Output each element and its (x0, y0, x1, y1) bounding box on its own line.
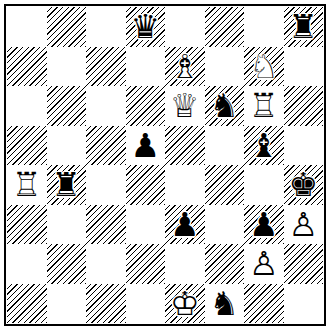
knight-glyph: ♞ (205, 284, 245, 324)
piece-white-rook[interactable]: ♜♖ (7, 165, 47, 205)
square-e8[interactable] (165, 7, 205, 47)
square-h6[interactable] (284, 86, 324, 126)
piece-white-queen[interactable]: ♛♕ (165, 86, 205, 126)
square-f4[interactable] (205, 165, 245, 205)
square-f5[interactable] (205, 126, 245, 166)
square-h8[interactable]: ♜ (284, 7, 324, 47)
piece-black-knight[interactable]: ♞ (205, 284, 245, 324)
square-d3[interactable] (126, 205, 166, 245)
square-f6[interactable]: ♞ (205, 86, 245, 126)
piece-white-knight[interactable]: ♞♘ (244, 47, 284, 87)
square-a4[interactable]: ♜♖ (7, 165, 47, 205)
pawn-glyph: ♟ (244, 205, 284, 245)
square-h4[interactable]: ♚ (284, 165, 324, 205)
pawn-outline-glyph: ♙ (284, 205, 324, 245)
rook-glyph: ♜ (47, 165, 87, 205)
square-b2[interactable] (47, 244, 87, 284)
square-b3[interactable] (47, 205, 87, 245)
square-g6[interactable]: ♜♖ (244, 86, 284, 126)
square-a2[interactable] (7, 244, 47, 284)
square-d5[interactable]: ♟ (126, 126, 166, 166)
square-g3[interactable]: ♟ (244, 205, 284, 245)
piece-black-king[interactable]: ♚ (284, 165, 324, 205)
piece-black-queen[interactable]: ♛ (126, 7, 166, 47)
piece-white-rook[interactable]: ♜♖ (244, 86, 284, 126)
square-e1[interactable]: ♚♔ (165, 284, 205, 324)
square-f2[interactable] (205, 244, 245, 284)
square-b5[interactable] (47, 126, 87, 166)
piece-white-pawn[interactable]: ♟♙ (284, 205, 324, 245)
square-c7[interactable] (86, 47, 126, 87)
square-g4[interactable] (244, 165, 284, 205)
square-d7[interactable] (126, 47, 166, 87)
queen-glyph: ♛ (126, 7, 166, 47)
knight-outline-glyph: ♘ (244, 47, 284, 87)
square-c4[interactable] (86, 165, 126, 205)
square-f3[interactable] (205, 205, 245, 245)
square-h2[interactable] (284, 244, 324, 284)
square-b6[interactable] (47, 86, 87, 126)
square-b1[interactable] (47, 284, 87, 324)
square-a6[interactable] (7, 86, 47, 126)
square-e7[interactable]: ♝♗ (165, 47, 205, 87)
queen-outline-glyph: ♕ (165, 86, 205, 126)
square-b8[interactable] (47, 7, 87, 47)
square-g7[interactable]: ♞♘ (244, 47, 284, 87)
rook-outline-glyph: ♖ (244, 86, 284, 126)
chess-diagram: ♛♜♝♗♞♘♛♕♞♜♖♟♝♜♖♜♚♟♟♟♙♟♙♚♔♞ (0, 0, 332, 332)
square-c8[interactable] (86, 7, 126, 47)
pawn-glyph: ♟ (165, 205, 205, 245)
square-g8[interactable] (244, 7, 284, 47)
board-frame: ♛♜♝♗♞♘♛♕♞♜♖♟♝♜♖♜♚♟♟♟♙♟♙♚♔♞ (4, 4, 326, 326)
square-c2[interactable] (86, 244, 126, 284)
square-a8[interactable] (7, 7, 47, 47)
king-outline-glyph: ♔ (165, 284, 205, 324)
square-h7[interactable] (284, 47, 324, 87)
square-h1[interactable] (284, 284, 324, 324)
square-h5[interactable] (284, 126, 324, 166)
rook-outline-glyph: ♖ (7, 165, 47, 205)
pawn-glyph: ♟ (126, 126, 166, 166)
square-f8[interactable] (205, 7, 245, 47)
piece-black-knight[interactable]: ♞ (205, 86, 245, 126)
king-glyph: ♚ (284, 165, 324, 205)
square-d1[interactable] (126, 284, 166, 324)
square-f7[interactable] (205, 47, 245, 87)
square-a5[interactable] (7, 126, 47, 166)
piece-black-bishop[interactable]: ♝ (244, 126, 284, 166)
square-c5[interactable] (86, 126, 126, 166)
rook-glyph: ♜ (284, 7, 324, 47)
square-e4[interactable] (165, 165, 205, 205)
piece-black-pawn[interactable]: ♟ (126, 126, 166, 166)
square-d4[interactable] (126, 165, 166, 205)
square-b7[interactable] (47, 47, 87, 87)
piece-white-pawn[interactable]: ♟♙ (244, 244, 284, 284)
square-d6[interactable] (126, 86, 166, 126)
square-e5[interactable] (165, 126, 205, 166)
square-d8[interactable]: ♛ (126, 7, 166, 47)
square-e6[interactable]: ♛♕ (165, 86, 205, 126)
square-h3[interactable]: ♟♙ (284, 205, 324, 245)
square-b4[interactable]: ♜ (47, 165, 87, 205)
piece-black-rook[interactable]: ♜ (47, 165, 87, 205)
piece-black-pawn[interactable]: ♟ (165, 205, 205, 245)
knight-glyph: ♞ (205, 86, 245, 126)
piece-white-king[interactable]: ♚♔ (165, 284, 205, 324)
square-a7[interactable] (7, 47, 47, 87)
piece-black-rook[interactable]: ♜ (284, 7, 324, 47)
square-g2[interactable]: ♟♙ (244, 244, 284, 284)
square-d2[interactable] (126, 244, 166, 284)
bishop-outline-glyph: ♗ (165, 47, 205, 87)
square-c1[interactable] (86, 284, 126, 324)
square-c3[interactable] (86, 205, 126, 245)
square-a1[interactable] (7, 284, 47, 324)
square-a3[interactable] (7, 205, 47, 245)
square-f1[interactable]: ♞ (205, 284, 245, 324)
square-c6[interactable] (86, 86, 126, 126)
pawn-outline-glyph: ♙ (244, 244, 284, 284)
chess-board: ♛♜♝♗♞♘♛♕♞♜♖♟♝♜♖♜♚♟♟♟♙♟♙♚♔♞ (7, 7, 323, 323)
piece-white-bishop[interactable]: ♝♗ (165, 47, 205, 87)
square-e2[interactable] (165, 244, 205, 284)
square-g1[interactable] (244, 284, 284, 324)
square-g5[interactable]: ♝ (244, 126, 284, 166)
square-e3[interactable]: ♟ (165, 205, 205, 245)
bishop-glyph: ♝ (244, 126, 284, 166)
piece-black-pawn[interactable]: ♟ (244, 205, 284, 245)
